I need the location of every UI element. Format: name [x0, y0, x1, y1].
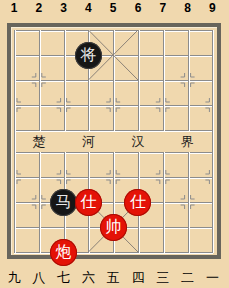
file-label-top: 4	[85, 2, 92, 14]
red-advisor[interactable]: 仕	[75, 189, 102, 216]
intersection[interactable]	[175, 18, 200, 43]
river-text-char: 楚	[32, 135, 45, 148]
file-label-top: 5	[110, 2, 117, 14]
intersection[interactable]	[126, 93, 151, 118]
piece-glyph: 将	[80, 47, 96, 63]
intersection[interactable]	[26, 18, 51, 43]
intersection[interactable]	[126, 165, 151, 190]
intersection[interactable]	[51, 118, 76, 142]
black-horse[interactable]: 马	[50, 189, 77, 216]
file-label-top: 1	[11, 2, 18, 14]
intersection[interactable]	[2, 165, 27, 190]
intersection[interactable]	[200, 93, 225, 118]
xiangqi-board: 将马仕仕帅炮 123456789 九八七六五四三二一 楚河汉界	[0, 0, 229, 288]
file-label-top: 3	[60, 2, 67, 14]
file-label-bottom: 一	[206, 271, 219, 284]
intersection[interactable]	[175, 190, 200, 215]
river-text-char: 汉	[132, 135, 145, 148]
red-general[interactable]: 帅	[100, 214, 127, 241]
intersection[interactable]	[51, 93, 76, 118]
intersection[interactable]	[101, 18, 126, 43]
intersection[interactable]	[2, 93, 27, 118]
intersection[interactable]	[51, 141, 76, 165]
red-advisor[interactable]: 仕	[124, 189, 151, 216]
intersection[interactable]: 仕	[76, 190, 101, 215]
intersection[interactable]	[101, 141, 126, 165]
intersection[interactable]: 将	[76, 43, 101, 68]
intersection[interactable]	[150, 141, 175, 165]
intersection[interactable]	[150, 118, 175, 142]
intersection[interactable]	[26, 68, 51, 93]
intersection[interactable]	[150, 240, 175, 265]
intersection[interactable]	[200, 68, 225, 93]
intersection[interactable]	[26, 240, 51, 265]
piece-glyph: 仕	[80, 194, 96, 210]
intersection[interactable]	[150, 190, 175, 215]
river-text-char: 界	[181, 135, 194, 148]
intersection[interactable]	[150, 93, 175, 118]
intersection[interactable]: 帅	[101, 215, 126, 240]
intersection[interactable]	[26, 93, 51, 118]
intersection[interactable]	[76, 240, 101, 265]
intersection[interactable]	[126, 18, 151, 43]
piece-glyph: 马	[56, 194, 72, 210]
intersection[interactable]	[175, 215, 200, 240]
file-label-bottom: 八	[32, 271, 45, 284]
intersection[interactable]	[2, 215, 27, 240]
file-label-bottom: 七	[57, 271, 70, 284]
intersection[interactable]	[175, 93, 200, 118]
intersection[interactable]	[2, 141, 27, 165]
intersection[interactable]	[126, 68, 151, 93]
intersection[interactable]	[51, 215, 76, 240]
intersection[interactable]	[26, 190, 51, 215]
river-text-char: 河	[82, 135, 95, 148]
intersection[interactable]	[26, 165, 51, 190]
intersection[interactable]	[175, 240, 200, 265]
intersection[interactable]	[2, 18, 27, 43]
file-label-bottom: 五	[107, 271, 120, 284]
intersection[interactable]	[150, 18, 175, 43]
intersection[interactable]	[26, 215, 51, 240]
intersection[interactable]	[76, 68, 101, 93]
intersection[interactable]	[2, 43, 27, 68]
file-label-top: 2	[35, 2, 42, 14]
intersection[interactable]	[175, 68, 200, 93]
intersection[interactable]	[200, 190, 225, 215]
intersection[interactable]	[175, 165, 200, 190]
intersection[interactable]	[200, 165, 225, 190]
file-label-bottom: 四	[132, 271, 145, 284]
intersection[interactable]	[26, 43, 51, 68]
intersection[interactable]	[101, 190, 126, 215]
intersection[interactable]	[200, 141, 225, 165]
intersection[interactable]	[76, 165, 101, 190]
intersection[interactable]	[126, 43, 151, 68]
piece-glyph: 炮	[56, 244, 72, 260]
intersection[interactable]	[200, 240, 225, 265]
intersection[interactable]	[2, 240, 27, 265]
intersection[interactable]	[51, 43, 76, 68]
intersection[interactable]	[101, 68, 126, 93]
file-label-top: 8	[184, 2, 191, 14]
intersection[interactable]	[150, 215, 175, 240]
intersection[interactable]	[150, 165, 175, 190]
intersection[interactable]	[101, 240, 126, 265]
intersection[interactable]	[101, 43, 126, 68]
intersection[interactable]	[76, 93, 101, 118]
intersection[interactable]	[150, 43, 175, 68]
piece-glyph: 仕	[130, 194, 146, 210]
intersection[interactable]	[150, 68, 175, 93]
file-label-bottom: 六	[82, 271, 95, 284]
intersection[interactable]: 马	[51, 190, 76, 215]
intersection[interactable]	[51, 18, 76, 43]
intersection[interactable]	[76, 215, 101, 240]
intersection[interactable]	[101, 118, 126, 142]
intersection[interactable]	[2, 190, 27, 215]
intersection[interactable]	[51, 68, 76, 93]
red-cannon[interactable]: 炮	[50, 239, 77, 266]
intersection[interactable]	[200, 43, 225, 68]
black-general[interactable]: 将	[75, 42, 102, 69]
piece-glyph: 帅	[105, 219, 121, 235]
file-label-top: 7	[159, 2, 166, 14]
file-label-bottom: 三	[156, 271, 169, 284]
file-label-bottom: 九	[8, 271, 21, 284]
intersection[interactable]: 炮	[51, 240, 76, 265]
file-label-top: 6	[135, 2, 142, 14]
intersection[interactable]	[175, 43, 200, 68]
intersection[interactable]	[2, 118, 27, 142]
intersection[interactable]	[51, 165, 76, 190]
intersection[interactable]	[126, 215, 151, 240]
file-label-top: 9	[209, 2, 216, 14]
intersection[interactable]	[200, 18, 225, 43]
intersection[interactable]	[2, 68, 27, 93]
intersection[interactable]	[200, 215, 225, 240]
intersection[interactable]	[126, 240, 151, 265]
intersection[interactable]: 仕	[126, 190, 151, 215]
intersection[interactable]	[200, 118, 225, 142]
intersection[interactable]	[101, 165, 126, 190]
intersection[interactable]	[76, 18, 101, 43]
intersection[interactable]	[101, 93, 126, 118]
file-label-bottom: 二	[181, 271, 194, 284]
